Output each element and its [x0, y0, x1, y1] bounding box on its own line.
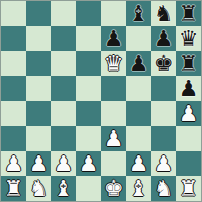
- square-h3[interactable]: [176, 126, 201, 151]
- square-f8[interactable]: ♝: [126, 1, 151, 26]
- white-rook: ♜: [179, 176, 199, 201]
- chess-board: ♝♞♜♟♟♛♛♟♚♜♟♟♟♟♟♟♟♟♟♜♞♝♚♝♞♜: [1, 1, 201, 201]
- square-b3[interactable]: [26, 126, 51, 151]
- white-knight: ♞: [154, 176, 174, 201]
- square-c6[interactable]: [51, 51, 76, 76]
- square-e2[interactable]: [101, 151, 126, 176]
- black-rook: ♜: [179, 1, 199, 26]
- square-h4[interactable]: ♟: [176, 101, 201, 126]
- black-pawn: ♟: [179, 76, 199, 101]
- black-pawn: ♟: [104, 26, 124, 51]
- square-f6[interactable]: ♟: [126, 51, 151, 76]
- square-a7[interactable]: [1, 26, 26, 51]
- white-rook: ♜: [4, 176, 24, 201]
- square-a5[interactable]: [1, 76, 26, 101]
- square-a8[interactable]: [1, 1, 26, 26]
- square-b6[interactable]: [26, 51, 51, 76]
- square-c1[interactable]: ♝: [51, 176, 76, 201]
- square-d4[interactable]: [76, 101, 101, 126]
- square-g3[interactable]: [151, 126, 176, 151]
- square-g2[interactable]: ♟: [151, 151, 176, 176]
- square-b1[interactable]: ♞: [26, 176, 51, 201]
- square-d7[interactable]: [76, 26, 101, 51]
- square-b8[interactable]: [26, 1, 51, 26]
- square-h6[interactable]: ♜: [176, 51, 201, 76]
- white-bishop: ♝: [129, 176, 149, 201]
- square-d6[interactable]: [76, 51, 101, 76]
- square-a1[interactable]: ♜: [1, 176, 26, 201]
- square-d8[interactable]: [76, 1, 101, 26]
- square-a2[interactable]: ♟: [1, 151, 26, 176]
- square-a3[interactable]: [1, 126, 26, 151]
- square-c2[interactable]: ♟: [51, 151, 76, 176]
- square-h7[interactable]: ♛: [176, 26, 201, 51]
- square-h5[interactable]: ♟: [176, 76, 201, 101]
- square-b7[interactable]: [26, 26, 51, 51]
- chess-board-frame: ♝♞♜♟♟♛♛♟♚♜♟♟♟♟♟♟♟♟♟♜♞♝♚♝♞♜: [0, 0, 202, 202]
- square-f2[interactable]: ♟: [126, 151, 151, 176]
- square-d2[interactable]: ♟: [76, 151, 101, 176]
- square-g1[interactable]: ♞: [151, 176, 176, 201]
- square-a6[interactable]: [1, 51, 26, 76]
- black-pawn: ♟: [154, 26, 174, 51]
- white-pawn: ♟: [4, 151, 24, 176]
- white-queen: ♛: [104, 51, 124, 76]
- white-bishop: ♝: [54, 176, 74, 201]
- black-rook: ♜: [179, 51, 199, 76]
- square-c4[interactable]: [51, 101, 76, 126]
- square-f4[interactable]: [126, 101, 151, 126]
- square-b4[interactable]: [26, 101, 51, 126]
- black-queen: ♛: [179, 26, 199, 51]
- square-e6[interactable]: ♛: [101, 51, 126, 76]
- square-c3[interactable]: [51, 126, 76, 151]
- square-e5[interactable]: [101, 76, 126, 101]
- square-b5[interactable]: [26, 76, 51, 101]
- square-h2[interactable]: [176, 151, 201, 176]
- black-bishop: ♝: [129, 1, 149, 26]
- square-g5[interactable]: [151, 76, 176, 101]
- black-king: ♚: [154, 51, 174, 76]
- square-f1[interactable]: ♝: [126, 176, 151, 201]
- white-king: ♚: [104, 176, 124, 201]
- square-c5[interactable]: [51, 76, 76, 101]
- square-e1[interactable]: ♚: [101, 176, 126, 201]
- square-a4[interactable]: [1, 101, 26, 126]
- black-knight: ♞: [154, 1, 174, 26]
- square-h8[interactable]: ♜: [176, 1, 201, 26]
- white-pawn: ♟: [129, 151, 149, 176]
- square-f7[interactable]: [126, 26, 151, 51]
- square-d5[interactable]: [76, 76, 101, 101]
- black-pawn: ♟: [129, 51, 149, 76]
- square-e3[interactable]: ♟: [101, 126, 126, 151]
- square-h1[interactable]: ♜: [176, 176, 201, 201]
- square-c8[interactable]: [51, 1, 76, 26]
- square-f5[interactable]: [126, 76, 151, 101]
- square-f3[interactable]: [126, 126, 151, 151]
- square-e7[interactable]: ♟: [101, 26, 126, 51]
- square-d3[interactable]: [76, 126, 101, 151]
- white-pawn: ♟: [29, 151, 49, 176]
- square-b2[interactable]: ♟: [26, 151, 51, 176]
- square-e8[interactable]: [101, 1, 126, 26]
- white-pawn: ♟: [79, 151, 99, 176]
- square-g7[interactable]: ♟: [151, 26, 176, 51]
- square-c7[interactable]: [51, 26, 76, 51]
- white-pawn: ♟: [179, 101, 199, 126]
- white-knight: ♞: [29, 176, 49, 201]
- white-pawn: ♟: [154, 151, 174, 176]
- white-pawn: ♟: [54, 151, 74, 176]
- square-e4[interactable]: [101, 101, 126, 126]
- white-pawn: ♟: [104, 126, 124, 151]
- square-g6[interactable]: ♚: [151, 51, 176, 76]
- square-g4[interactable]: [151, 101, 176, 126]
- square-g8[interactable]: ♞: [151, 1, 176, 26]
- square-d1[interactable]: [76, 176, 101, 201]
